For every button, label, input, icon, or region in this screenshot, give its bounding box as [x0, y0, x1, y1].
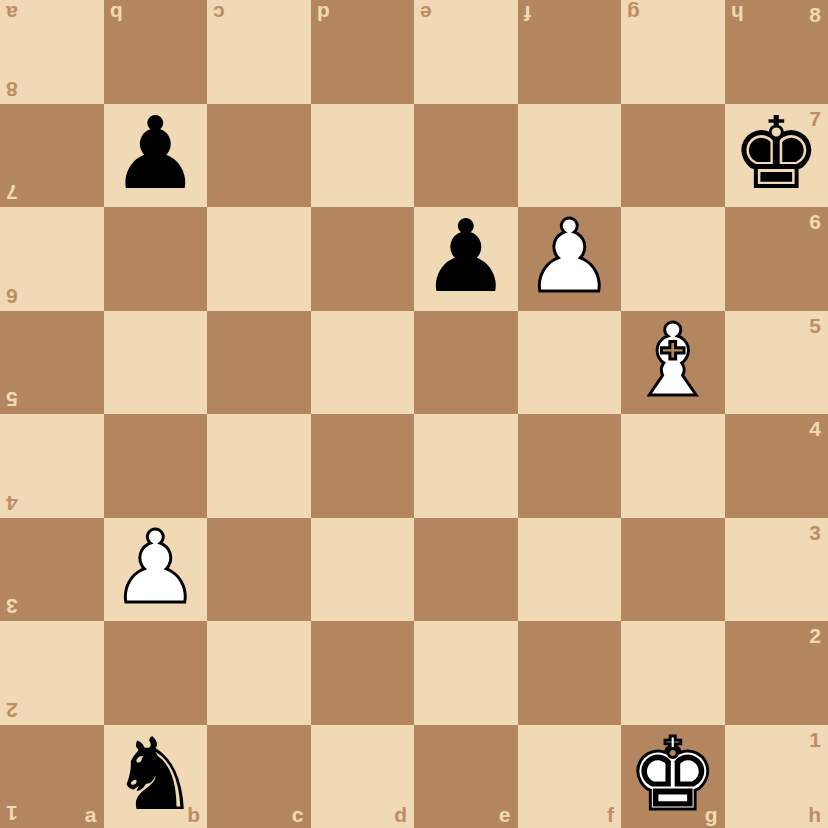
square-a5[interactable]: 5: [0, 311, 104, 415]
coord-rank-5-left: 5: [6, 389, 18, 410]
square-f7[interactable]: [518, 104, 622, 208]
square-c5[interactable]: [207, 311, 311, 415]
square-h6[interactable]: 6: [725, 207, 828, 311]
square-c2[interactable]: [207, 621, 311, 725]
square-f4[interactable]: [518, 414, 622, 518]
coord-file-e-bottom: e: [499, 804, 511, 825]
square-a1[interactable]: a1: [0, 725, 104, 828]
square-d1[interactable]: d: [311, 725, 415, 828]
square-d2[interactable]: [311, 621, 415, 725]
square-a3[interactable]: 3: [0, 518, 104, 622]
square-c1[interactable]: c: [207, 725, 311, 828]
coord-rank-1-right: 1: [809, 729, 821, 750]
coord-rank-6-right: 6: [809, 211, 821, 232]
piece-white-pawn[interactable]: ♟: [110, 516, 200, 619]
piece-black-pawn[interactable]: ♟: [110, 102, 200, 205]
square-g2[interactable]: [621, 621, 725, 725]
square-a8[interactable]: a8: [0, 0, 104, 104]
coord-file-g-bottom: g: [705, 804, 718, 825]
square-g3[interactable]: [621, 518, 725, 622]
square-e6[interactable]: ♟: [414, 207, 518, 311]
coord-rank-4-left: 4: [6, 493, 18, 514]
square-d3[interactable]: [311, 518, 415, 622]
piece-black-pawn[interactable]: ♟: [421, 205, 511, 308]
coord-file-c-top: c: [213, 3, 225, 24]
square-a4[interactable]: 4: [0, 414, 104, 518]
square-f6[interactable]: ♟: [518, 207, 622, 311]
coord-file-a-top: a: [6, 3, 18, 24]
square-d5[interactable]: [311, 311, 415, 415]
coord-rank-1-left: 1: [6, 803, 18, 824]
coord-file-d-top: d: [317, 3, 330, 24]
square-h7[interactable]: ♚7: [725, 104, 828, 208]
coord-rank-7-left: 7: [6, 182, 18, 203]
square-h2[interactable]: 2: [725, 621, 828, 725]
square-g6[interactable]: [621, 207, 725, 311]
square-f5[interactable]: [518, 311, 622, 415]
square-c6[interactable]: [207, 207, 311, 311]
square-h5[interactable]: 5: [725, 311, 828, 415]
coord-rank-8-left: 8: [6, 79, 18, 100]
square-c4[interactable]: [207, 414, 311, 518]
square-g4[interactable]: [621, 414, 725, 518]
square-a2[interactable]: 2: [0, 621, 104, 725]
square-g1[interactable]: ♚g: [621, 725, 725, 828]
square-b4[interactable]: [104, 414, 208, 518]
chess-board: a8bcdefgh87♟♚76♟♟65♝5443♟322a1♞bcdef♚gh1: [0, 0, 828, 828]
coord-rank-6-left: 6: [6, 286, 18, 307]
piece-white-bishop[interactable]: ♝: [628, 309, 718, 412]
square-b7[interactable]: ♟: [104, 104, 208, 208]
square-g8[interactable]: g: [621, 0, 725, 104]
square-d7[interactable]: [311, 104, 415, 208]
square-b5[interactable]: [104, 311, 208, 415]
square-c7[interactable]: [207, 104, 311, 208]
square-f2[interactable]: [518, 621, 622, 725]
coord-rank-7-right: 7: [809, 108, 821, 129]
square-b2[interactable]: [104, 621, 208, 725]
coord-file-e-top: e: [420, 3, 432, 24]
square-f3[interactable]: [518, 518, 622, 622]
coord-file-d-bottom: d: [394, 804, 407, 825]
square-e2[interactable]: [414, 621, 518, 725]
square-b1[interactable]: ♞b: [104, 725, 208, 828]
coord-file-b-bottom: b: [187, 804, 200, 825]
square-b6[interactable]: [104, 207, 208, 311]
square-h8[interactable]: h8: [725, 0, 828, 104]
coord-file-g-top: g: [627, 3, 640, 24]
square-e5[interactable]: [414, 311, 518, 415]
square-h4[interactable]: 4: [725, 414, 828, 518]
square-d4[interactable]: [311, 414, 415, 518]
square-f8[interactable]: f: [518, 0, 622, 104]
square-e1[interactable]: e: [414, 725, 518, 828]
square-b8[interactable]: b: [104, 0, 208, 104]
square-d8[interactable]: d: [311, 0, 415, 104]
square-c3[interactable]: [207, 518, 311, 622]
square-b3[interactable]: ♟: [104, 518, 208, 622]
coord-rank-5-right: 5: [809, 315, 821, 336]
square-e3[interactable]: [414, 518, 518, 622]
square-c8[interactable]: c: [207, 0, 311, 104]
square-g5[interactable]: ♝: [621, 311, 725, 415]
coord-rank-2-right: 2: [809, 625, 821, 646]
coord-file-a-bottom: a: [85, 804, 97, 825]
coord-file-h-bottom: h: [808, 804, 821, 825]
coord-rank-2-left: 2: [6, 700, 18, 721]
coord-file-f-top: f: [524, 3, 531, 24]
coord-file-c-bottom: c: [292, 804, 304, 825]
square-h1[interactable]: h1: [725, 725, 828, 828]
square-f1[interactable]: f: [518, 725, 622, 828]
coord-file-h-top: h: [731, 3, 744, 24]
piece-white-pawn[interactable]: ♟: [524, 205, 614, 308]
coord-file-b-top: b: [110, 3, 123, 24]
piece-black-king[interactable]: ♚: [731, 102, 821, 205]
square-h3[interactable]: 3: [725, 518, 828, 622]
square-g7[interactable]: [621, 104, 725, 208]
square-e4[interactable]: [414, 414, 518, 518]
coord-rank-8-right: 8: [809, 4, 821, 25]
square-e8[interactable]: e: [414, 0, 518, 104]
coord-rank-3-right: 3: [809, 522, 821, 543]
coord-file-f-bottom: f: [607, 804, 614, 825]
square-a7[interactable]: 7: [0, 104, 104, 208]
coord-rank-4-right: 4: [809, 418, 821, 439]
coord-rank-3-left: 3: [6, 596, 18, 617]
square-e7[interactable]: [414, 104, 518, 208]
square-a6[interactable]: 6: [0, 207, 104, 311]
square-d6[interactable]: [311, 207, 415, 311]
